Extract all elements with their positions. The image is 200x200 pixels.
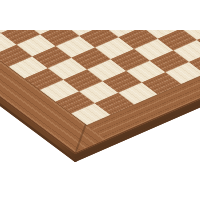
chessboard xyxy=(0,30,200,154)
product-photo xyxy=(0,0,200,200)
board-photo-crop xyxy=(0,30,200,200)
